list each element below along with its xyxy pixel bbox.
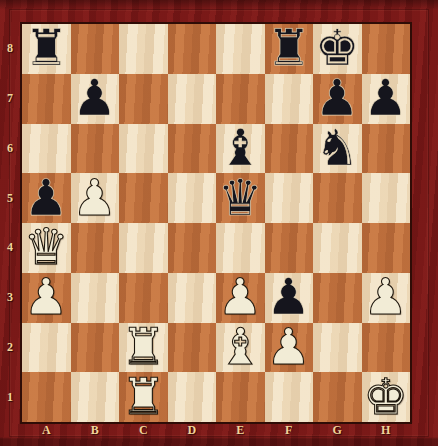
square-b6[interactable] bbox=[71, 124, 120, 174]
square-d8[interactable] bbox=[168, 24, 217, 74]
square-e4[interactable] bbox=[216, 223, 265, 273]
square-c1[interactable]: ♜ bbox=[119, 372, 168, 422]
square-f6[interactable] bbox=[265, 124, 314, 174]
piece-black-rook-a8: ♜ bbox=[24, 24, 69, 73]
square-c2[interactable]: ♜ bbox=[119, 323, 168, 373]
rank-label-2: 2 bbox=[0, 323, 20, 373]
piece-white-pawn-e3: ♟ bbox=[218, 273, 263, 322]
piece-white-rook-c2: ♜ bbox=[121, 323, 166, 372]
square-a8[interactable]: ♜ bbox=[22, 24, 71, 74]
square-d1[interactable] bbox=[168, 372, 217, 422]
rank-label-7: 7 bbox=[0, 74, 20, 124]
piece-black-queen-e5: ♛ bbox=[218, 174, 263, 223]
square-b8[interactable] bbox=[71, 24, 120, 74]
square-h7[interactable]: ♟ bbox=[362, 74, 411, 124]
square-d5[interactable] bbox=[168, 173, 217, 223]
rank-label-8: 8 bbox=[0, 24, 20, 74]
square-e1[interactable] bbox=[216, 372, 265, 422]
piece-black-pawn-h7: ♟ bbox=[363, 74, 408, 123]
square-c3[interactable] bbox=[119, 273, 168, 323]
square-a4[interactable]: ♛ bbox=[22, 223, 71, 273]
square-a3[interactable]: ♟ bbox=[22, 273, 71, 323]
square-d6[interactable] bbox=[168, 124, 217, 174]
piece-black-knight-g6: ♞ bbox=[315, 124, 360, 173]
square-g7[interactable]: ♟ bbox=[313, 74, 362, 124]
square-c4[interactable] bbox=[119, 223, 168, 273]
square-d4[interactable] bbox=[168, 223, 217, 273]
square-g4[interactable] bbox=[313, 223, 362, 273]
rank-label-6: 6 bbox=[0, 124, 20, 174]
square-f7[interactable] bbox=[265, 74, 314, 124]
square-a6[interactable] bbox=[22, 124, 71, 174]
square-c5[interactable] bbox=[119, 173, 168, 223]
square-h4[interactable] bbox=[362, 223, 411, 273]
square-h8[interactable] bbox=[362, 24, 411, 74]
square-h6[interactable] bbox=[362, 124, 411, 174]
square-g8[interactable]: ♚ bbox=[313, 24, 362, 74]
piece-black-bishop-e6: ♝ bbox=[218, 124, 263, 173]
square-a2[interactable] bbox=[22, 323, 71, 373]
square-b3[interactable] bbox=[71, 273, 120, 323]
square-c6[interactable] bbox=[119, 124, 168, 174]
square-g1[interactable] bbox=[313, 372, 362, 422]
rank-labels: 87654321 bbox=[0, 24, 20, 422]
square-e2[interactable]: ♝ bbox=[216, 323, 265, 373]
square-e6[interactable]: ♝ bbox=[216, 124, 265, 174]
square-f4[interactable] bbox=[265, 223, 314, 273]
square-f3[interactable]: ♟ bbox=[265, 273, 314, 323]
square-b7[interactable]: ♟ bbox=[71, 74, 120, 124]
square-d7[interactable] bbox=[168, 74, 217, 124]
square-e8[interactable] bbox=[216, 24, 265, 74]
piece-black-king-g8: ♚ bbox=[315, 24, 360, 73]
square-h3[interactable]: ♟ bbox=[362, 273, 411, 323]
square-f8[interactable]: ♜ bbox=[265, 24, 314, 74]
square-g3[interactable] bbox=[313, 273, 362, 323]
piece-black-pawn-g7: ♟ bbox=[315, 74, 360, 123]
piece-white-pawn-b5: ♟ bbox=[72, 174, 117, 223]
rank-label-5: 5 bbox=[0, 173, 20, 223]
square-a7[interactable] bbox=[22, 74, 71, 124]
square-f5[interactable] bbox=[265, 173, 314, 223]
chess-board: ♜♜♚♟♟♟♝♞♟♟♛♛♟♟♟♟♜♝♟♜♚ bbox=[20, 22, 412, 424]
rank-label-4: 4 bbox=[0, 223, 20, 273]
square-h2[interactable] bbox=[362, 323, 411, 373]
chessboard-frame: 87654321 ABCDEFGH ♜♜♚♟♟♟♝♞♟♟♛♛♟♟♟♟♜♝♟♜♚ bbox=[0, 0, 438, 446]
square-b5[interactable]: ♟ bbox=[71, 173, 120, 223]
square-b1[interactable] bbox=[71, 372, 120, 422]
square-e3[interactable]: ♟ bbox=[216, 273, 265, 323]
square-f2[interactable]: ♟ bbox=[265, 323, 314, 373]
piece-black-rook-f8: ♜ bbox=[266, 24, 311, 73]
piece-white-pawn-h3: ♟ bbox=[363, 273, 408, 322]
square-c7[interactable] bbox=[119, 74, 168, 124]
square-g2[interactable] bbox=[313, 323, 362, 373]
square-c8[interactable] bbox=[119, 24, 168, 74]
piece-white-pawn-f2: ♟ bbox=[266, 323, 311, 372]
square-d3[interactable] bbox=[168, 273, 217, 323]
square-g6[interactable]: ♞ bbox=[313, 124, 362, 174]
rank-label-3: 3 bbox=[0, 273, 20, 323]
square-b4[interactable] bbox=[71, 223, 120, 273]
square-d2[interactable] bbox=[168, 323, 217, 373]
square-e7[interactable] bbox=[216, 74, 265, 124]
piece-white-bishop-e2: ♝ bbox=[218, 323, 263, 372]
piece-white-rook-c1: ♜ bbox=[121, 373, 166, 422]
piece-white-king-h1: ♚ bbox=[363, 373, 408, 422]
square-a5[interactable]: ♟ bbox=[22, 173, 71, 223]
square-f1[interactable] bbox=[265, 372, 314, 422]
piece-black-pawn-b7: ♟ bbox=[72, 74, 117, 123]
piece-white-pawn-a3: ♟ bbox=[24, 273, 69, 322]
piece-black-pawn-f3: ♟ bbox=[266, 273, 311, 322]
piece-white-queen-a4: ♛ bbox=[24, 223, 69, 272]
square-h1[interactable]: ♚ bbox=[362, 372, 411, 422]
square-b2[interactable] bbox=[71, 323, 120, 373]
piece-black-pawn-a5: ♟ bbox=[24, 174, 69, 223]
square-h5[interactable] bbox=[362, 173, 411, 223]
square-a1[interactable] bbox=[22, 372, 71, 422]
square-g5[interactable] bbox=[313, 173, 362, 223]
square-e5[interactable]: ♛ bbox=[216, 173, 265, 223]
rank-label-1: 1 bbox=[0, 372, 20, 422]
